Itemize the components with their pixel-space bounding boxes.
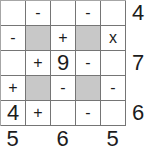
column-result-label-4 xyxy=(75,126,100,150)
row-result-label-2 xyxy=(126,25,150,50)
operator-plus-r2c3: + xyxy=(51,26,76,51)
entry-cell-r1c5[interactable] xyxy=(101,1,126,26)
operator-minus-r3c4: - xyxy=(76,51,101,76)
blocked-cell-r2c2 xyxy=(26,26,51,51)
row-result-label-5: 6 xyxy=(126,100,150,125)
operator-minus-r5c4: - xyxy=(76,101,101,126)
entry-cell-r5c5[interactable] xyxy=(101,101,126,126)
column-result-label-3: 6 xyxy=(50,126,75,150)
given-number-cell-r3c3: 9 xyxy=(51,51,76,76)
entry-cell-r1c1[interactable] xyxy=(1,1,26,26)
blocked-cell-r2c4 xyxy=(76,26,101,51)
entry-cell-r1c3[interactable] xyxy=(51,1,76,26)
row-result-label-1: 4 xyxy=(126,0,150,25)
operator-plus-r5c2: + xyxy=(26,101,51,126)
operator-minus-r1c4: - xyxy=(76,1,101,26)
operator-multiply-r2c5: x xyxy=(101,26,126,51)
operator-minus-r2c1: - xyxy=(1,26,26,51)
operator-minus-r4c5: - xyxy=(101,76,126,101)
entry-cell-r3c1[interactable] xyxy=(1,51,26,76)
operator-minus-r4c3: - xyxy=(51,76,76,101)
column-result-label-2 xyxy=(25,126,50,150)
entry-cell-r3c5[interactable] xyxy=(101,51,126,76)
row-result-label-4 xyxy=(126,75,150,100)
given-number-cell-r5c1: 4 xyxy=(1,101,26,126)
column-result-label-5: 5 xyxy=(100,126,125,150)
row-result-labels: 476 xyxy=(126,0,150,126)
crossmath-puzzle: ---+x+9-+--4+- 476 565 xyxy=(0,0,150,150)
operator-minus-r1c2: - xyxy=(26,1,51,26)
blocked-cell-r4c4 xyxy=(76,76,101,101)
puzzle-board: ---+x+9-+--4+- xyxy=(0,0,126,126)
column-result-label-1: 5 xyxy=(0,126,25,150)
blocked-cell-r4c2 xyxy=(26,76,51,101)
column-result-labels: 565 xyxy=(0,126,126,150)
entry-cell-r5c3[interactable] xyxy=(51,101,76,126)
operator-plus-r4c1: + xyxy=(1,76,26,101)
row-result-label-3: 7 xyxy=(126,50,150,75)
operator-plus-r3c2: + xyxy=(26,51,51,76)
